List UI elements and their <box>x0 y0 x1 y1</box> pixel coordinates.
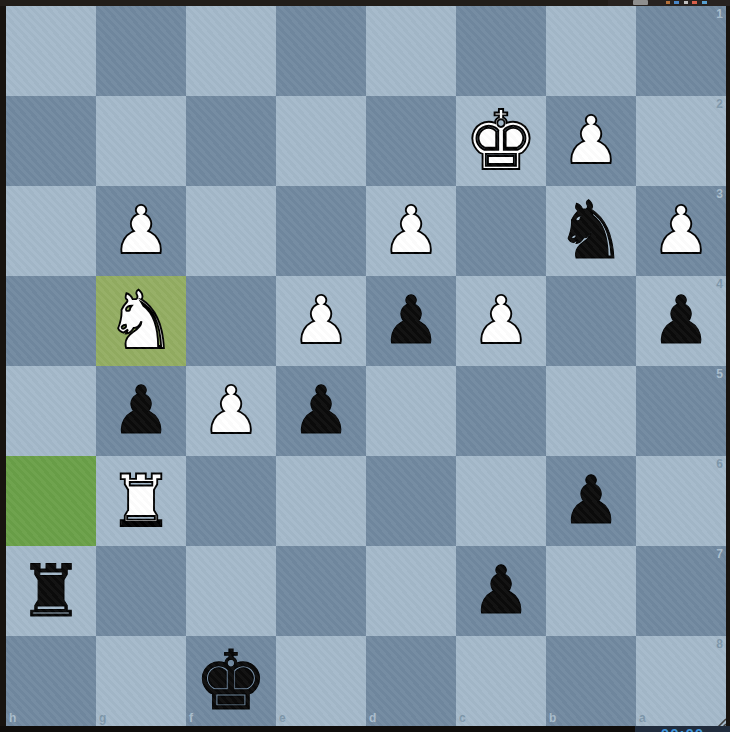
file-label-d: d <box>369 712 376 724</box>
white-knight-g4[interactable]: ♞ <box>96 276 186 366</box>
square-f3[interactable] <box>186 186 276 276</box>
rank-label-3: 3 <box>716 188 723 200</box>
square-a4[interactable]: ♟4 <box>636 276 726 366</box>
square-c5[interactable] <box>456 366 546 456</box>
square-g5[interactable]: ♟ <box>96 366 186 456</box>
square-b2[interactable]: ♟ <box>546 96 636 186</box>
square-g6[interactable]: ♜ <box>96 456 186 546</box>
square-b8[interactable]: b <box>546 636 636 726</box>
black-king-f8[interactable]: ♚ <box>186 636 276 726</box>
file-label-g: g <box>99 712 106 724</box>
square-c8[interactable]: c <box>456 636 546 726</box>
square-a3[interactable]: ♟3 <box>636 186 726 276</box>
square-d6[interactable] <box>366 456 456 546</box>
square-e8[interactable]: e <box>276 636 366 726</box>
square-a6[interactable]: 6 <box>636 456 726 546</box>
rank-label-8: 8 <box>716 638 723 650</box>
square-c3[interactable] <box>456 186 546 276</box>
black-pawn-a4[interactable]: ♟ <box>636 276 726 366</box>
white-pawn-e4[interactable]: ♟ <box>276 276 366 366</box>
square-h3[interactable] <box>6 186 96 276</box>
file-label-f: f <box>189 712 193 724</box>
square-g3[interactable]: ♟ <box>96 186 186 276</box>
square-d3[interactable]: ♟ <box>366 186 456 276</box>
square-a8[interactable]: 8a <box>636 636 726 726</box>
square-d8[interactable]: d <box>366 636 456 726</box>
square-b7[interactable] <box>546 546 636 636</box>
square-e2[interactable] <box>276 96 366 186</box>
square-e4[interactable]: ♟ <box>276 276 366 366</box>
square-c1[interactable] <box>456 6 546 96</box>
square-h2[interactable] <box>6 96 96 186</box>
board-right-border <box>726 6 730 726</box>
square-h6[interactable] <box>6 456 96 546</box>
rank-label-6: 6 <box>716 458 723 470</box>
square-f6[interactable] <box>186 456 276 546</box>
square-c2[interactable]: ♚ <box>456 96 546 186</box>
square-g2[interactable] <box>96 96 186 186</box>
square-d5[interactable] <box>366 366 456 456</box>
square-d7[interactable] <box>366 546 456 636</box>
square-b3[interactable]: ♞ <box>546 186 636 276</box>
square-b5[interactable] <box>546 366 636 456</box>
white-pawn-d3[interactable]: ♟ <box>366 186 456 276</box>
square-c4[interactable]: ♟ <box>456 276 546 366</box>
square-f8[interactable]: ♚f <box>186 636 276 726</box>
square-f5[interactable]: ♟ <box>186 366 276 456</box>
square-e7[interactable] <box>276 546 366 636</box>
white-pawn-f5[interactable]: ♟ <box>186 366 276 456</box>
white-pawn-a3[interactable]: ♟ <box>636 186 726 276</box>
square-g8[interactable]: g <box>96 636 186 726</box>
taskbar-text-fragment <box>684 1 688 4</box>
square-e6[interactable] <box>276 456 366 546</box>
clock: 00:00 <box>635 726 730 732</box>
square-d4[interactable]: ♟ <box>366 276 456 366</box>
square-a1[interactable]: 1 <box>636 6 726 96</box>
chess-board[interactable]: 1♚♟2♟♟♞♟3♞♟♟♟♟4♟♟♟5♜♟6♜♟7hg♚fedcb8a <box>6 6 726 726</box>
black-pawn-e5[interactable]: ♟ <box>276 366 366 456</box>
black-rook-h7[interactable]: ♜ <box>6 546 96 636</box>
square-g4[interactable]: ♞ <box>96 276 186 366</box>
white-king-c2[interactable]: ♚ <box>456 96 546 186</box>
file-label-a: a <box>639 712 646 724</box>
file-label-c: c <box>459 712 466 724</box>
square-f2[interactable] <box>186 96 276 186</box>
black-pawn-d4[interactable]: ♟ <box>366 276 456 366</box>
square-f4[interactable] <box>186 276 276 366</box>
taskbar-icon-fragment <box>633 0 648 5</box>
rank-label-7: 7 <box>716 548 723 560</box>
white-pawn-c4[interactable]: ♟ <box>456 276 546 366</box>
white-rook-g6[interactable]: ♜ <box>96 456 186 546</box>
square-f7[interactable] <box>186 546 276 636</box>
clock-text: 00:00 <box>635 726 730 732</box>
square-a7[interactable]: 7 <box>636 546 726 636</box>
square-e3[interactable] <box>276 186 366 276</box>
square-g7[interactable] <box>96 546 186 636</box>
rank-label-5: 5 <box>716 368 723 380</box>
black-pawn-b6[interactable]: ♟ <box>546 456 636 546</box>
square-h4[interactable] <box>6 276 96 366</box>
file-label-b: b <box>549 712 556 724</box>
square-h5[interactable] <box>6 366 96 456</box>
rank-label-1: 1 <box>716 8 723 20</box>
square-b4[interactable] <box>546 276 636 366</box>
rank-label-4: 4 <box>716 278 723 290</box>
file-label-h: h <box>9 712 16 724</box>
square-b6[interactable]: ♟ <box>546 456 636 546</box>
square-a5[interactable]: 5 <box>636 366 726 456</box>
black-pawn-c7[interactable]: ♟ <box>456 546 546 636</box>
square-a2[interactable]: 2 <box>636 96 726 186</box>
square-f1[interactable] <box>186 6 276 96</box>
square-e5[interactable]: ♟ <box>276 366 366 456</box>
white-pawn-b2[interactable]: ♟ <box>546 96 636 186</box>
file-label-e: e <box>279 712 286 724</box>
square-c6[interactable] <box>456 456 546 546</box>
square-b1[interactable] <box>546 6 636 96</box>
black-pawn-g5[interactable]: ♟ <box>96 366 186 456</box>
square-e1[interactable] <box>276 6 366 96</box>
square-c7[interactable]: ♟ <box>456 546 546 636</box>
square-g1[interactable] <box>96 6 186 96</box>
white-pawn-g3[interactable]: ♟ <box>96 186 186 276</box>
taskbar-text-fragment <box>674 1 679 4</box>
square-d1[interactable] <box>366 6 456 96</box>
taskbar-text-fragment <box>666 1 670 4</box>
taskbar-text-fragment <box>702 1 707 4</box>
square-h7[interactable]: ♜ <box>6 546 96 636</box>
square-h8[interactable]: h <box>6 636 96 726</box>
black-knight-b3[interactable]: ♞ <box>546 186 636 276</box>
square-d2[interactable] <box>366 96 456 186</box>
square-h1[interactable] <box>6 6 96 96</box>
bottom-bar-fragment: 00:00 <box>0 726 730 732</box>
rank-label-2: 2 <box>716 98 723 110</box>
taskbar-text-fragment <box>692 1 697 4</box>
